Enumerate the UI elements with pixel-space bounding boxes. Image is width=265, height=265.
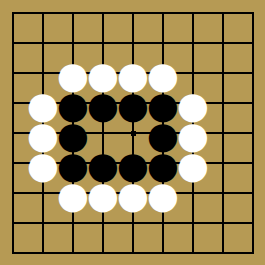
intersection-c8r8[interactable] <box>238 238 265 265</box>
intersection-c7r4[interactable] <box>208 118 238 148</box>
intersection-c8r3[interactable] <box>238 88 265 118</box>
intersection-c7r6[interactable] <box>208 178 238 208</box>
intersection-c2r0[interactable] <box>58 0 88 28</box>
white-stone: ● <box>27 151 59 181</box>
intersection-c2r6[interactable]: ● <box>58 178 88 208</box>
intersection-c6r0[interactable] <box>178 0 208 28</box>
intersection-c7r1[interactable] <box>208 28 238 58</box>
intersection-c0r8[interactable] <box>0 238 28 265</box>
intersection-c4r6[interactable]: ● <box>118 178 148 208</box>
intersection-c7r2[interactable] <box>208 58 238 88</box>
intersection-c6r8[interactable] <box>178 238 208 265</box>
intersection-c8r1[interactable] <box>238 28 265 58</box>
intersections-grid: ●●●●●●●●●●●●●●●●●●●●●●●● <box>0 0 265 265</box>
intersection-c7r5[interactable] <box>208 148 238 178</box>
intersection-c0r4[interactable] <box>0 118 28 148</box>
intersection-c1r7[interactable] <box>28 208 58 238</box>
white-stone: ● <box>117 181 149 211</box>
intersection-c4r3[interactable]: ● <box>118 88 148 118</box>
intersection-c6r1[interactable] <box>178 28 208 58</box>
intersection-c2r8[interactable] <box>58 238 88 265</box>
intersection-c6r5[interactable]: ● <box>178 148 208 178</box>
intersection-c7r7[interactable] <box>208 208 238 238</box>
intersection-c1r8[interactable] <box>28 238 58 265</box>
black-stone: ● <box>87 91 119 121</box>
intersection-c8r2[interactable] <box>238 58 265 88</box>
intersection-c5r8[interactable] <box>148 238 178 265</box>
intersection-c1r0[interactable] <box>28 0 58 28</box>
go-board: ●●●●●●●●●●●●●●●●●●●●●●●● <box>0 0 265 265</box>
intersection-c0r6[interactable] <box>0 178 28 208</box>
intersection-c0r1[interactable] <box>0 28 28 58</box>
intersection-c0r0[interactable] <box>0 0 28 28</box>
intersection-c5r0[interactable] <box>148 0 178 28</box>
intersection-c3r6[interactable]: ● <box>88 178 118 208</box>
white-stone: ● <box>57 181 89 211</box>
intersection-c8r0[interactable] <box>238 0 265 28</box>
intersection-c4r8[interactable] <box>118 238 148 265</box>
white-stone: ● <box>147 181 179 211</box>
intersection-c0r7[interactable] <box>0 208 28 238</box>
intersection-c7r8[interactable] <box>208 238 238 265</box>
intersection-c3r3[interactable]: ● <box>88 88 118 118</box>
intersection-c8r4[interactable] <box>238 118 265 148</box>
white-stone: ● <box>87 181 119 211</box>
intersection-c0r2[interactable] <box>0 58 28 88</box>
intersection-c3r8[interactable] <box>88 238 118 265</box>
intersection-c5r6[interactable]: ● <box>148 178 178 208</box>
intersection-c4r0[interactable] <box>118 0 148 28</box>
intersection-c1r5[interactable]: ● <box>28 148 58 178</box>
intersection-c8r7[interactable] <box>238 208 265 238</box>
intersection-c6r7[interactable] <box>178 208 208 238</box>
white-stone: ● <box>177 151 209 181</box>
intersection-c7r0[interactable] <box>208 0 238 28</box>
intersection-c1r1[interactable] <box>28 28 58 58</box>
intersection-c8r6[interactable] <box>238 178 265 208</box>
intersection-c3r0[interactable] <box>88 0 118 28</box>
intersection-c0r3[interactable] <box>0 88 28 118</box>
intersection-c8r5[interactable] <box>238 148 265 178</box>
black-stone: ● <box>117 91 149 121</box>
intersection-c7r3[interactable] <box>208 88 238 118</box>
intersection-c0r5[interactable] <box>0 148 28 178</box>
